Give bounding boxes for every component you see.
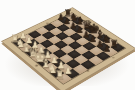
black-pawn[interactable]: ♟ <box>101 45 111 54</box>
white-rook[interactable]: ♜ <box>54 70 65 81</box>
chess-set-photo: ♜♞♝♛♚♝♞♜♟♟♟♟♟♟♟♟♟♟♟♟♟♟♟♟♜♞♝♛♚♝♞♜ <box>0 0 135 90</box>
scene: ♜♞♝♛♚♝♞♜♟♟♟♟♟♟♟♟♟♟♟♟♟♟♟♟♜♞♝♛♚♝♞♜ <box>0 0 135 90</box>
board-frame: ♜♞♝♛♚♝♞♜♟♟♟♟♟♟♟♟♟♟♟♟♟♟♟♟♜♞♝♛♚♝♞♜ <box>0 7 135 90</box>
square-h8[interactable]: ♜ <box>110 43 124 52</box>
chess-board: ♜♞♝♛♚♝♞♜♟♟♟♟♟♟♟♟♟♟♟♟♟♟♟♟♜♞♝♛♚♝♞♜ <box>0 7 135 90</box>
board-grid: ♜♞♝♛♚♝♞♜♟♟♟♟♟♟♟♟♟♟♟♟♟♟♟♟♜♞♝♛♚♝♞♜ <box>12 13 125 84</box>
